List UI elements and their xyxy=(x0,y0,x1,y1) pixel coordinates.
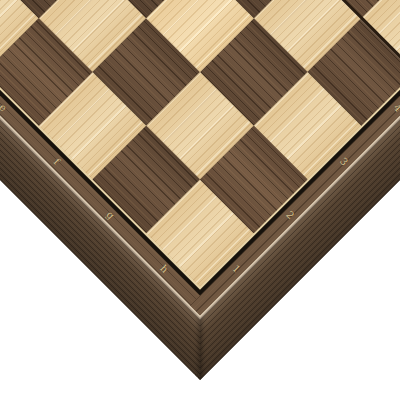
board-top-surface: abcdefgh12345678 xyxy=(0,0,400,318)
board-photo: abcdefgh12345678 xyxy=(0,0,400,400)
squares-grid xyxy=(0,0,400,287)
